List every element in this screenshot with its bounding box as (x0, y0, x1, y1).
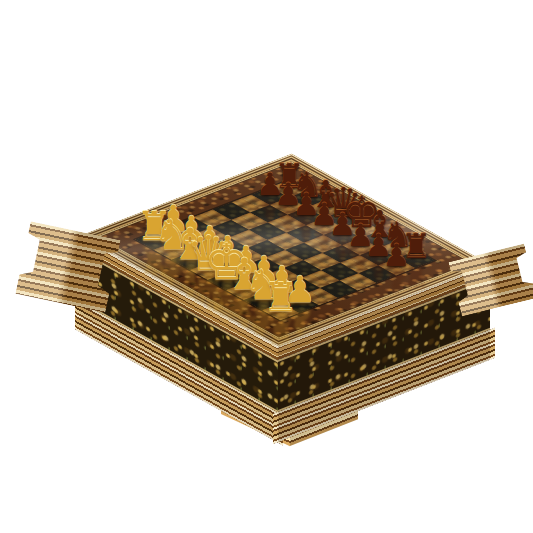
white-rook[interactable]: ♜ (263, 276, 299, 316)
black-pawn[interactable]: ♟ (383, 239, 411, 270)
product-photo-canvas: ♜♞♝♛♚♝♞♜♟♟♟♟♟♟♟♟♟♟♟♟♟♟♟♟♜♞♝♛♚♝♞♜ (0, 0, 533, 533)
